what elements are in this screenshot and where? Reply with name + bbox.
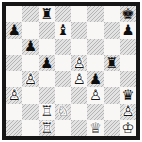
square-a3: ♙: [6, 87, 22, 103]
piece-black-king-h8: ♚: [121, 6, 134, 21]
square-e1: [71, 120, 87, 136]
square-f3: ♙: [87, 87, 103, 103]
square-b6: ♟: [22, 39, 38, 55]
piece-white-pawn-h2: ♙: [121, 104, 134, 119]
piece-black-rook-g5: ♜: [105, 55, 118, 70]
piece-white-king-h1: ♔: [121, 120, 134, 135]
square-e3: [71, 87, 87, 103]
square-e5: ♙: [71, 55, 87, 71]
square-b8: [22, 6, 38, 22]
square-e6: [71, 39, 87, 55]
piece-black-pawn-b6: ♟: [24, 39, 37, 54]
square-a4: [6, 71, 22, 87]
square-h7: ♟: [120, 22, 136, 38]
square-d1: [55, 120, 71, 136]
piece-black-pawn-f4: ♟: [89, 71, 102, 86]
square-h4: [120, 71, 136, 87]
square-h6: [120, 39, 136, 55]
square-c8: ♜: [39, 6, 55, 22]
square-d8: [55, 6, 71, 22]
piece-white-knight-d2: ♘: [56, 104, 69, 119]
square-e4: ♙: [71, 71, 87, 87]
piece-black-pawn-h7: ♟: [121, 23, 134, 38]
square-h3: ♛: [120, 87, 136, 103]
square-g2: [104, 104, 120, 120]
square-b5: [22, 55, 38, 71]
square-f4: ♟: [87, 71, 103, 87]
square-h5: [120, 55, 136, 71]
square-g1: [104, 120, 120, 136]
piece-white-pawn-f3: ♙: [89, 88, 102, 103]
square-a6: [6, 39, 22, 55]
chess-diagram-frame: ♜♚♟♝♟♟♟♙♜♙♙♟♙♙♛♖♘♙♖♕♔: [2, 2, 140, 140]
square-a5: [6, 55, 22, 71]
square-g3: [104, 87, 120, 103]
square-h8: ♚: [120, 6, 136, 22]
piece-white-rook-c2: ♖: [40, 104, 53, 119]
square-d5: [55, 55, 71, 71]
square-f2: [87, 104, 103, 120]
square-c5: ♟: [39, 55, 55, 71]
square-f6: [87, 39, 103, 55]
piece-white-rook-c1: ♖: [40, 120, 53, 135]
square-b7: [22, 22, 38, 38]
piece-black-bishop-d7: ♝: [56, 23, 69, 38]
square-b1: [22, 120, 38, 136]
square-c4: [39, 71, 55, 87]
square-e2: [71, 104, 87, 120]
piece-black-rook-c8: ♜: [40, 6, 53, 21]
piece-black-pawn-a7: ♟: [8, 23, 21, 38]
square-h1: ♔: [120, 120, 136, 136]
square-b2: [22, 104, 38, 120]
square-b3: [22, 87, 38, 103]
piece-black-queen-h3: ♛: [121, 88, 134, 103]
square-a2: [6, 104, 22, 120]
square-d4: [55, 71, 71, 87]
square-g7: [104, 22, 120, 38]
piece-white-pawn-e4: ♙: [73, 71, 86, 86]
square-h2: ♙: [120, 104, 136, 120]
square-a8: [6, 6, 22, 22]
square-f7: [87, 22, 103, 38]
square-f1: ♕: [87, 120, 103, 136]
square-e7: [71, 22, 87, 38]
square-f5: [87, 55, 103, 71]
square-g6: [104, 39, 120, 55]
piece-white-pawn-e5: ♙: [73, 55, 86, 70]
piece-white-pawn-b4: ♙: [24, 71, 37, 86]
square-d3: [55, 87, 71, 103]
square-b4: ♙: [22, 71, 38, 87]
square-d6: [55, 39, 71, 55]
square-g8: [104, 6, 120, 22]
piece-white-pawn-a3: ♙: [8, 88, 21, 103]
square-c2: ♖: [39, 104, 55, 120]
square-g5: ♜: [104, 55, 120, 71]
piece-black-pawn-c5: ♟: [40, 55, 53, 70]
square-c6: [39, 39, 55, 55]
square-e8: [71, 6, 87, 22]
square-c3: [39, 87, 55, 103]
square-c7: [39, 22, 55, 38]
square-f8: [87, 6, 103, 22]
square-c1: ♖: [39, 120, 55, 136]
square-a1: [6, 120, 22, 136]
chess-board: ♜♚♟♝♟♟♟♙♜♙♙♟♙♙♛♖♘♙♖♕♔: [6, 6, 136, 136]
piece-white-queen-f1: ♕: [89, 120, 102, 135]
square-d7: ♝: [55, 22, 71, 38]
square-g4: [104, 71, 120, 87]
square-d2: ♘: [55, 104, 71, 120]
square-a7: ♟: [6, 22, 22, 38]
